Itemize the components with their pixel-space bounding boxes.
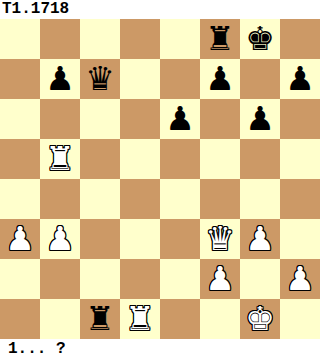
square-f8[interactable]: ♜ <box>200 19 240 59</box>
square-h5[interactable] <box>280 139 320 179</box>
square-f3[interactable]: ♛ <box>200 219 240 259</box>
square-g4[interactable] <box>240 179 280 219</box>
black-pawn-f7[interactable]: ♟ <box>205 59 235 99</box>
square-a6[interactable] <box>0 99 40 139</box>
square-a4[interactable] <box>0 179 40 219</box>
square-c6[interactable] <box>80 99 120 139</box>
white-pawn-g3[interactable]: ♟ <box>245 219 275 259</box>
black-pawn-g6[interactable]: ♟ <box>245 99 275 139</box>
square-h7[interactable]: ♟ <box>280 59 320 99</box>
puzzle-id: T1.1718 <box>0 0 69 19</box>
square-b5[interactable]: ♜ <box>40 139 80 179</box>
square-d8[interactable] <box>120 19 160 59</box>
white-pawn-f2[interactable]: ♟ <box>205 259 235 299</box>
square-g2[interactable] <box>240 259 280 299</box>
square-g1[interactable]: ♚ <box>240 299 280 339</box>
square-c3[interactable] <box>80 219 120 259</box>
square-a7[interactable] <box>0 59 40 99</box>
square-c2[interactable] <box>80 259 120 299</box>
square-f5[interactable] <box>200 139 240 179</box>
move-prompt: 1... ? <box>0 339 66 360</box>
square-d2[interactable] <box>120 259 160 299</box>
square-c5[interactable] <box>80 139 120 179</box>
square-b8[interactable] <box>40 19 80 59</box>
square-h2[interactable]: ♟ <box>280 259 320 299</box>
square-f2[interactable]: ♟ <box>200 259 240 299</box>
square-e5[interactable] <box>160 139 200 179</box>
square-c4[interactable] <box>80 179 120 219</box>
square-e4[interactable] <box>160 179 200 219</box>
square-d3[interactable] <box>120 219 160 259</box>
square-g6[interactable]: ♟ <box>240 99 280 139</box>
black-rook-c1[interactable]: ♜ <box>85 299 115 339</box>
black-rook-f8[interactable]: ♜ <box>205 19 235 59</box>
black-pawn-h7[interactable]: ♟ <box>285 59 315 99</box>
black-pawn-b7[interactable]: ♟ <box>45 59 75 99</box>
square-h6[interactable] <box>280 99 320 139</box>
square-e7[interactable] <box>160 59 200 99</box>
square-d5[interactable] <box>120 139 160 179</box>
square-h3[interactable] <box>280 219 320 259</box>
white-pawn-a3[interactable]: ♟ <box>5 219 35 259</box>
square-e8[interactable] <box>160 19 200 59</box>
square-a3[interactable]: ♟ <box>0 219 40 259</box>
square-a8[interactable] <box>0 19 40 59</box>
square-a5[interactable] <box>0 139 40 179</box>
square-e3[interactable] <box>160 219 200 259</box>
white-rook-b5[interactable]: ♜ <box>45 139 75 179</box>
square-g8[interactable]: ♚ <box>240 19 280 59</box>
square-d6[interactable] <box>120 99 160 139</box>
square-b6[interactable] <box>40 99 80 139</box>
white-pawn-h2[interactable]: ♟ <box>285 259 315 299</box>
white-pawn-b3[interactable]: ♟ <box>45 219 75 259</box>
square-b3[interactable]: ♟ <box>40 219 80 259</box>
square-b4[interactable] <box>40 179 80 219</box>
white-queen-f3[interactable]: ♛ <box>205 219 235 259</box>
square-b2[interactable] <box>40 259 80 299</box>
square-c8[interactable] <box>80 19 120 59</box>
square-f1[interactable] <box>200 299 240 339</box>
square-b7[interactable]: ♟ <box>40 59 80 99</box>
square-g5[interactable] <box>240 139 280 179</box>
footer-bar: 1... ? <box>0 339 320 360</box>
square-b1[interactable] <box>40 299 80 339</box>
square-h4[interactable] <box>280 179 320 219</box>
black-king-g8[interactable]: ♚ <box>245 19 275 59</box>
square-f6[interactable] <box>200 99 240 139</box>
square-e2[interactable] <box>160 259 200 299</box>
square-h1[interactable] <box>280 299 320 339</box>
white-rook-d1[interactable]: ♜ <box>125 299 155 339</box>
black-queen-c7[interactable]: ♛ <box>85 59 115 99</box>
square-d4[interactable] <box>120 179 160 219</box>
square-f4[interactable] <box>200 179 240 219</box>
square-a1[interactable] <box>0 299 40 339</box>
square-g3[interactable]: ♟ <box>240 219 280 259</box>
square-d7[interactable] <box>120 59 160 99</box>
square-h8[interactable] <box>280 19 320 59</box>
square-e6[interactable]: ♟ <box>160 99 200 139</box>
square-d1[interactable]: ♜ <box>120 299 160 339</box>
black-pawn-e6[interactable]: ♟ <box>165 99 195 139</box>
square-e1[interactable] <box>160 299 200 339</box>
square-a2[interactable] <box>0 259 40 299</box>
square-c7[interactable]: ♛ <box>80 59 120 99</box>
square-g7[interactable] <box>240 59 280 99</box>
header-bar: T1.1718 <box>0 0 320 19</box>
white-king-g1[interactable]: ♚ <box>245 299 275 339</box>
square-c1[interactable]: ♜ <box>80 299 120 339</box>
square-f7[interactable]: ♟ <box>200 59 240 99</box>
chess-board: ♜♚♟♛♟♟♟♟♜♟♟♛♟♟♟♜♜♚ <box>0 19 320 339</box>
